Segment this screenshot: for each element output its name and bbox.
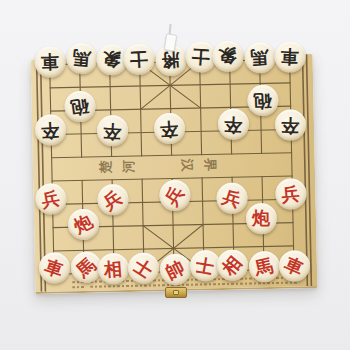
piece-black-horse[interactable]: 馬 (66, 42, 98, 74)
red-piece-glyph: 馬 (253, 256, 275, 278)
black-piece-glyph: 車 (280, 47, 299, 66)
red-piece-glyph: 相 (219, 253, 244, 278)
red-piece-glyph: 炮 (71, 212, 95, 236)
hang-tag (163, 24, 177, 58)
piece-black-soldier[interactable]: 卒 (34, 115, 66, 147)
piece-black-elephant[interactable]: 象 (212, 40, 244, 72)
pieces-layer: 車馬象士將士象馬車砲砲卒卒卒卒卒兵兵兵兵兵炮炮車馬相士帥士相馬車 (31, 54, 318, 292)
piece-black-soldier[interactable]: 卒 (96, 115, 128, 147)
tag-body (164, 33, 178, 52)
piece-red-chariot[interactable]: 車 (38, 252, 70, 284)
black-piece-glyph: 卒 (103, 122, 122, 141)
red-piece-glyph: 兵 (162, 183, 187, 208)
xiangqi-board: 楚河 汉界 車馬象士將士象馬車砲砲卒卒卒卒卒兵兵兵兵兵炮炮車馬相士帥士相馬車 (31, 54, 318, 294)
red-piece-glyph: 兵 (281, 185, 301, 205)
black-piece-glyph: 馬 (72, 48, 91, 67)
piece-red-soldier[interactable]: 兵 (159, 180, 191, 212)
red-piece-glyph: 兵 (40, 189, 61, 210)
product-photo-scene: 楚河 汉界 車馬象士將士象馬車砲砲卒卒卒卒卒兵兵兵兵兵炮炮車馬相士帥士相馬車 (0, 0, 350, 350)
piece-red-soldier[interactable]: 兵 (97, 184, 129, 216)
piece-black-chariot[interactable]: 車 (34, 46, 66, 78)
red-piece-glyph: 車 (282, 254, 306, 278)
piece-red-elephant[interactable]: 相 (97, 253, 129, 285)
black-piece-glyph: 卒 (159, 119, 178, 138)
black-piece-glyph: 卒 (224, 115, 243, 134)
black-piece-glyph: 車 (40, 52, 59, 71)
piece-black-soldier[interactable]: 卒 (217, 109, 249, 141)
piece-red-cannon[interactable]: 炮 (67, 208, 99, 240)
piece-black-chariot[interactable]: 車 (274, 41, 306, 73)
piece-red-general[interactable]: 帥 (159, 254, 191, 286)
piece-red-advisor[interactable]: 士 (127, 253, 159, 285)
piece-black-cannon[interactable]: 砲 (247, 85, 279, 117)
red-piece-glyph: 兵 (220, 187, 243, 210)
red-piece-glyph: 馬 (73, 255, 98, 280)
black-piece-glyph: 象 (218, 46, 237, 65)
piece-red-soldier[interactable]: 兵 (35, 184, 67, 216)
black-piece-glyph: 砲 (253, 91, 272, 110)
piece-black-horse[interactable]: 馬 (244, 41, 276, 73)
piece-red-cannon[interactable]: 炮 (245, 202, 277, 234)
black-piece-glyph: 馬 (250, 48, 269, 67)
red-piece-glyph: 相 (103, 259, 122, 278)
piece-red-chariot[interactable]: 車 (278, 250, 310, 282)
piece-red-horse[interactable]: 馬 (248, 251, 280, 283)
red-piece-glyph: 炮 (252, 209, 270, 227)
piece-black-cannon[interactable]: 砲 (64, 91, 96, 123)
black-piece-glyph: 卒 (41, 121, 60, 140)
red-piece-glyph: 車 (43, 257, 66, 280)
black-piece-glyph: 象 (102, 50, 121, 69)
piece-black-soldier[interactable]: 卒 (153, 113, 185, 145)
black-piece-glyph: 士 (191, 47, 210, 66)
black-piece-glyph: 士 (129, 49, 148, 68)
red-piece-glyph: 士 (195, 256, 216, 277)
piece-red-soldier[interactable]: 兵 (275, 179, 307, 211)
piece-black-soldier[interactable]: 卒 (274, 110, 306, 142)
red-piece-glyph: 帥 (163, 258, 187, 282)
black-piece-glyph: 砲 (69, 96, 89, 116)
brass-clasp (165, 287, 187, 298)
red-piece-glyph: 士 (131, 256, 156, 281)
black-piece-glyph: 卒 (281, 116, 300, 135)
piece-red-soldier[interactable]: 兵 (216, 183, 248, 215)
piece-red-elephant[interactable]: 相 (216, 250, 248, 282)
piece-black-advisor[interactable]: 士 (123, 43, 155, 75)
red-piece-glyph: 兵 (100, 188, 125, 213)
